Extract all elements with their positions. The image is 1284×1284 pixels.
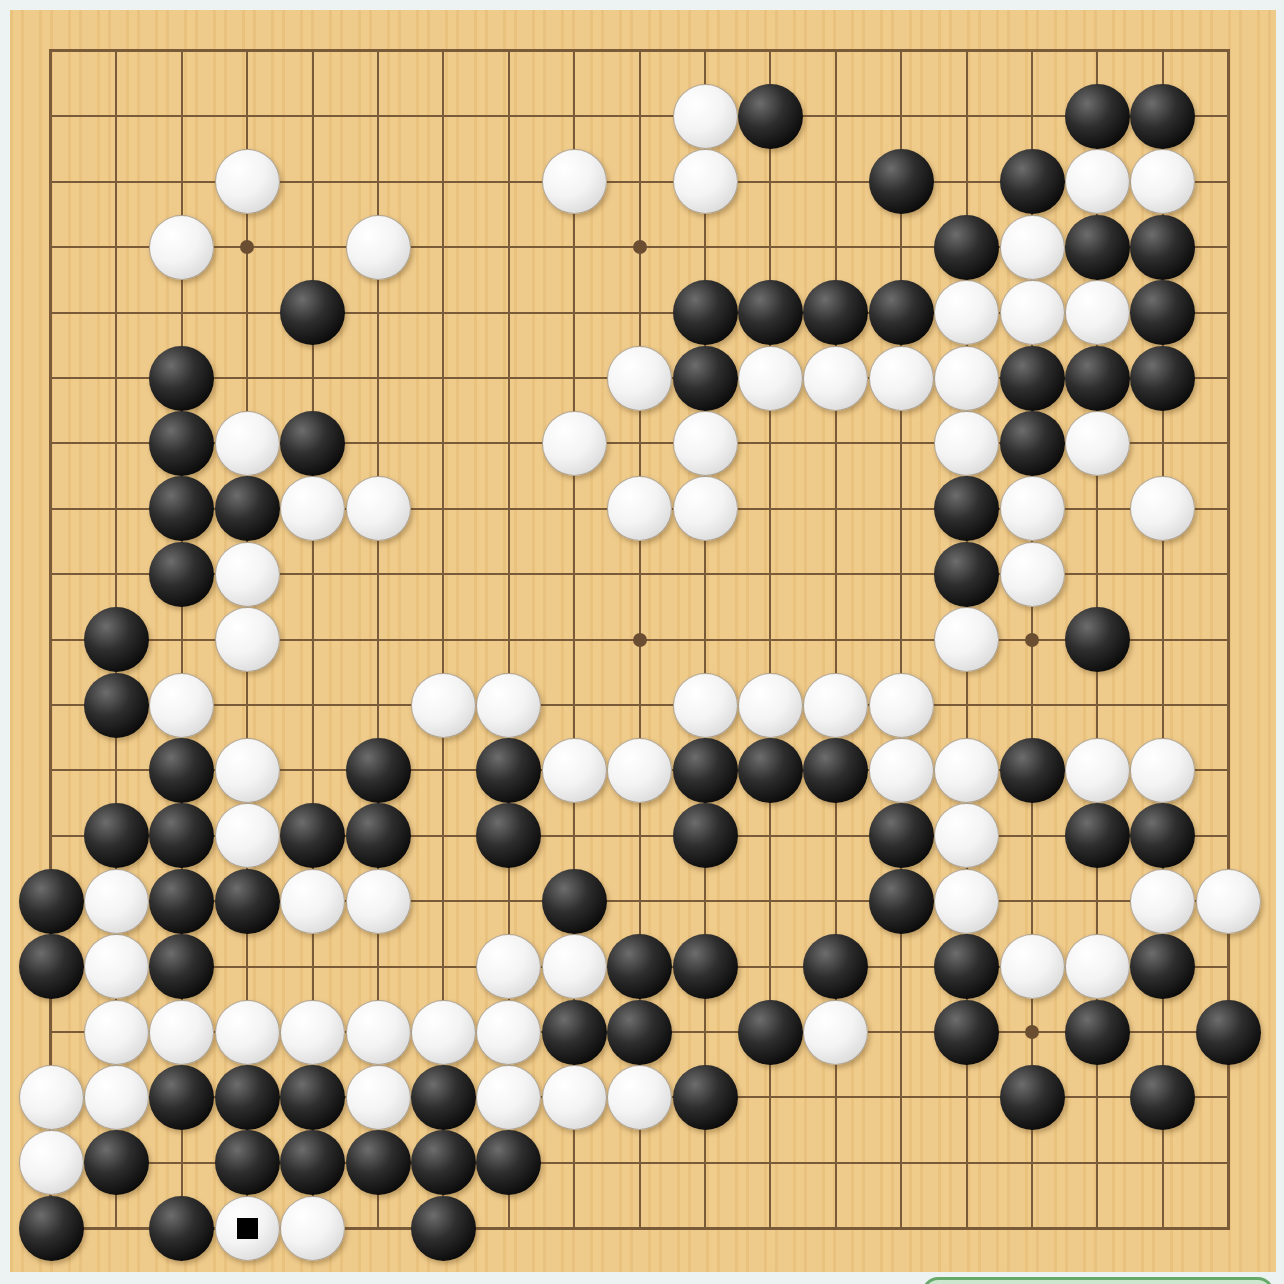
- white-stone: [542, 149, 607, 214]
- white-stone: [149, 1000, 214, 1065]
- black-stone: [84, 1130, 149, 1195]
- black-stone: [869, 803, 934, 868]
- black-stone: [1000, 411, 1065, 476]
- black-stone: [149, 346, 214, 411]
- white-stone: [1065, 934, 1130, 999]
- black-stone: [411, 1130, 476, 1195]
- white-stone: [346, 1065, 411, 1130]
- white-stone: [215, 738, 280, 803]
- white-stone: [346, 476, 411, 541]
- black-stone: [149, 869, 214, 934]
- white-stone: [84, 934, 149, 999]
- black-stone: [1130, 1065, 1195, 1130]
- black-stone: [934, 542, 999, 607]
- white-stone: [476, 673, 541, 738]
- white-stone: [738, 673, 803, 738]
- black-stone: [1130, 84, 1195, 149]
- black-stone: [215, 869, 280, 934]
- black-stone: [607, 1000, 672, 1065]
- last-move-marker: [237, 1218, 258, 1239]
- white-stone: [280, 869, 345, 934]
- white-stone: [215, 149, 280, 214]
- white-stone: [1000, 476, 1065, 541]
- black-stone: [1065, 84, 1130, 149]
- white-stone: [411, 673, 476, 738]
- white-stone: [542, 934, 607, 999]
- black-stone: [1065, 1000, 1130, 1065]
- white-stone: [1065, 149, 1130, 214]
- white-stone: [1065, 280, 1130, 345]
- black-stone: [280, 803, 345, 868]
- white-stone: [215, 542, 280, 607]
- white-stone: [280, 1196, 345, 1261]
- black-stone: [1130, 934, 1195, 999]
- black-stone: [1065, 607, 1130, 672]
- black-stone: [1065, 215, 1130, 280]
- white-stone: [673, 84, 738, 149]
- black-stone: [149, 738, 214, 803]
- white-stone: [934, 346, 999, 411]
- black-stone: [934, 1000, 999, 1065]
- black-stone: [149, 1196, 214, 1261]
- black-stone: [1000, 738, 1065, 803]
- black-stone: [1000, 346, 1065, 411]
- black-stone: [476, 738, 541, 803]
- black-stone: [869, 149, 934, 214]
- white-stone: [607, 346, 672, 411]
- black-stone: [215, 1130, 280, 1195]
- black-stone: [673, 803, 738, 868]
- black-stone: [280, 411, 345, 476]
- black-stone: [738, 1000, 803, 1065]
- black-stone: [673, 280, 738, 345]
- white-stone: [1000, 934, 1065, 999]
- black-stone: [84, 803, 149, 868]
- black-stone: [738, 738, 803, 803]
- white-stone: [607, 738, 672, 803]
- black-stone: [1065, 803, 1130, 868]
- black-stone: [346, 1130, 411, 1195]
- white-stone: [673, 149, 738, 214]
- white-stone: [869, 738, 934, 803]
- white-stone: [1130, 738, 1195, 803]
- white-stone: [934, 869, 999, 934]
- white-stone: [934, 738, 999, 803]
- black-stone: [869, 280, 934, 345]
- white-stone: [215, 1000, 280, 1065]
- black-stone: [19, 934, 84, 999]
- white-stone: [542, 411, 607, 476]
- black-stone: [1130, 215, 1195, 280]
- black-stone: [19, 869, 84, 934]
- white-stone: [869, 673, 934, 738]
- white-stone: [1065, 738, 1130, 803]
- hoshi-point: [633, 240, 647, 254]
- white-stone: [934, 411, 999, 476]
- black-stone: [149, 411, 214, 476]
- white-stone: [476, 1000, 541, 1065]
- white-stone: [215, 607, 280, 672]
- white-stone: [738, 346, 803, 411]
- white-stone: [149, 215, 214, 280]
- white-stone: [411, 1000, 476, 1065]
- white-stone: [1196, 869, 1261, 934]
- black-stone: [411, 1065, 476, 1130]
- black-stone: [19, 1196, 84, 1261]
- black-stone: [1130, 346, 1195, 411]
- white-stone: [476, 934, 541, 999]
- white-stone: [280, 476, 345, 541]
- white-stone: [934, 607, 999, 672]
- black-stone: [673, 346, 738, 411]
- white-stone: [1130, 869, 1195, 934]
- black-stone: [803, 934, 868, 999]
- white-stone: [84, 869, 149, 934]
- black-stone: [803, 738, 868, 803]
- white-stone: [84, 1065, 149, 1130]
- black-stone: [673, 934, 738, 999]
- hoshi-point: [633, 633, 647, 647]
- white-stone: [280, 1000, 345, 1065]
- hoshi-point: [1025, 633, 1039, 647]
- black-stone: [346, 803, 411, 868]
- black-stone: [280, 280, 345, 345]
- black-stone: [1196, 1000, 1261, 1065]
- white-stone: [346, 215, 411, 280]
- white-stone: [607, 1065, 672, 1130]
- black-stone: [149, 1065, 214, 1130]
- white-stone: [149, 673, 214, 738]
- white-stone: [542, 1065, 607, 1130]
- white-stone: [803, 1000, 868, 1065]
- white-stone: [673, 673, 738, 738]
- black-stone: [542, 1000, 607, 1065]
- black-stone: [934, 476, 999, 541]
- white-stone: [803, 673, 868, 738]
- black-stone: [738, 84, 803, 149]
- black-stone: [1000, 149, 1065, 214]
- white-stone: [1000, 215, 1065, 280]
- black-stone: [934, 934, 999, 999]
- page-background: { "game": "go", "board_size": 19, "posit…: [0, 0, 1284, 1284]
- black-stone: [1000, 1065, 1065, 1130]
- white-stone: [934, 280, 999, 345]
- white-stone: [673, 411, 738, 476]
- white-stone: [84, 1000, 149, 1065]
- black-stone: [869, 869, 934, 934]
- white-stone: [673, 476, 738, 541]
- bottom-panel-edge[interactable]: [922, 1277, 1274, 1284]
- black-stone: [149, 542, 214, 607]
- white-stone: [1065, 411, 1130, 476]
- white-stone: [19, 1130, 84, 1195]
- black-stone: [280, 1130, 345, 1195]
- white-stone: [869, 346, 934, 411]
- black-stone: [1065, 346, 1130, 411]
- black-stone: [738, 280, 803, 345]
- white-stone: [346, 869, 411, 934]
- black-stone: [84, 673, 149, 738]
- black-stone: [280, 1065, 345, 1130]
- black-stone: [934, 215, 999, 280]
- white-stone: [215, 803, 280, 868]
- white-stone: [476, 1065, 541, 1130]
- black-stone: [607, 934, 672, 999]
- black-stone: [542, 869, 607, 934]
- black-stone: [215, 1065, 280, 1130]
- white-stone: [346, 1000, 411, 1065]
- white-stone: [1000, 542, 1065, 607]
- white-stone: [542, 738, 607, 803]
- black-stone: [673, 1065, 738, 1130]
- black-stone: [215, 476, 280, 541]
- hoshi-point: [1025, 1025, 1039, 1039]
- white-stone: [1000, 280, 1065, 345]
- white-stone: [803, 346, 868, 411]
- black-stone: [84, 607, 149, 672]
- black-stone: [673, 738, 738, 803]
- black-stone: [803, 280, 868, 345]
- black-stone: [1130, 280, 1195, 345]
- white-stone: [19, 1065, 84, 1130]
- white-stone: [607, 476, 672, 541]
- white-stone: [934, 803, 999, 868]
- black-stone: [346, 738, 411, 803]
- white-stone: [215, 411, 280, 476]
- black-stone: [149, 934, 214, 999]
- black-stone: [411, 1196, 476, 1261]
